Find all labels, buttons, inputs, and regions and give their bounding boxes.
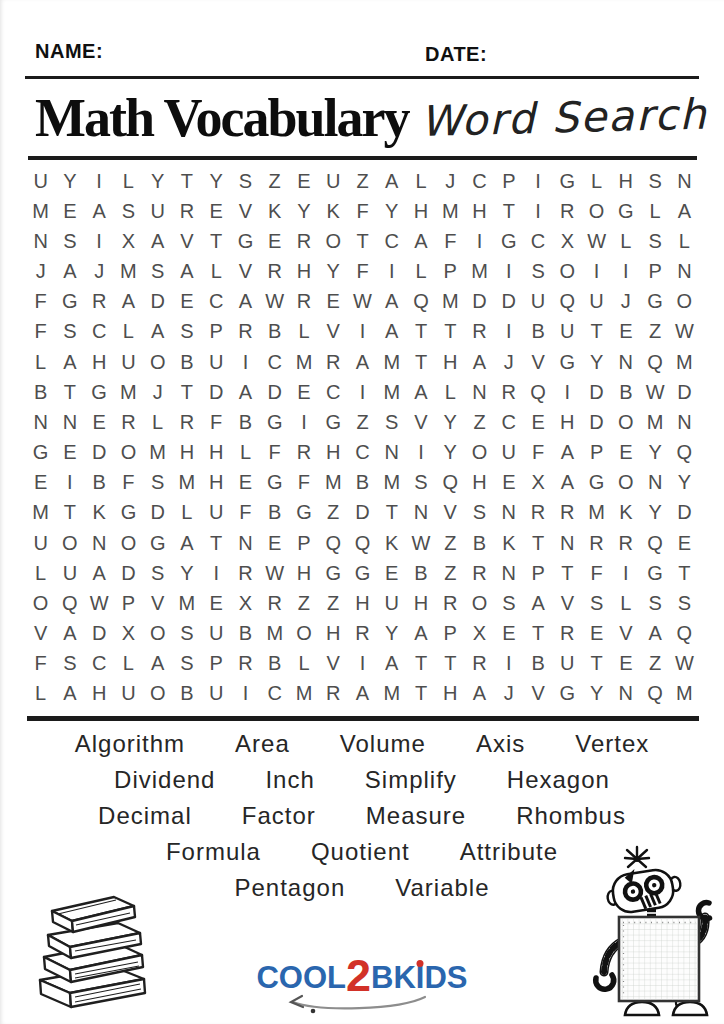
grid-cell[interactable]: B xyxy=(348,468,377,498)
grid-cell[interactable]: R xyxy=(348,618,377,648)
grid-cell[interactable]: T xyxy=(436,649,465,679)
grid-cell[interactable]: N xyxy=(494,498,523,528)
word-list-item[interactable]: Factor xyxy=(242,802,316,830)
grid-cell[interactable]: V xyxy=(26,618,55,648)
word-list-item[interactable]: Inch xyxy=(265,766,314,794)
grid-cell[interactable]: V xyxy=(523,347,552,377)
grid-cell[interactable]: E xyxy=(202,196,231,226)
grid-cell[interactable]: O xyxy=(611,407,640,437)
grid-cell[interactable]: I xyxy=(523,196,552,226)
grid-cell[interactable]: U xyxy=(582,287,611,317)
grid-cell[interactable]: L xyxy=(114,317,143,347)
grid-cell[interactable]: S xyxy=(143,256,172,286)
grid-cell[interactable]: I xyxy=(465,226,494,256)
grid-cell[interactable]: Z xyxy=(260,166,289,196)
grid-cell[interactable]: V xyxy=(319,649,348,679)
grid-cell[interactable]: G xyxy=(26,437,55,467)
grid-cell[interactable]: C xyxy=(319,377,348,407)
grid-cell[interactable]: M xyxy=(465,256,494,286)
grid-cell[interactable]: L xyxy=(289,317,318,347)
grid-cell[interactable]: O xyxy=(143,618,172,648)
grid-cell[interactable]: S xyxy=(172,317,201,347)
grid-cell[interactable]: E xyxy=(55,437,84,467)
grid-cell[interactable]: U xyxy=(55,558,84,588)
grid-cell[interactable]: N xyxy=(670,166,699,196)
grid-cell[interactable]: P xyxy=(202,649,231,679)
grid-cell[interactable]: S xyxy=(143,468,172,498)
grid-cell[interactable]: N xyxy=(670,256,699,286)
grid-cell[interactable]: W xyxy=(260,558,289,588)
grid-cell[interactable]: H xyxy=(436,679,465,709)
grid-cell[interactable]: E xyxy=(26,468,55,498)
grid-cell[interactable]: C xyxy=(523,226,552,256)
grid-cell[interactable]: T xyxy=(172,377,201,407)
grid-cell[interactable]: B xyxy=(172,679,201,709)
grid-cell[interactable]: H xyxy=(202,437,231,467)
grid-cell[interactable]: P xyxy=(523,558,552,588)
grid-cell[interactable]: O xyxy=(143,679,172,709)
grid-cell[interactable]: E xyxy=(172,287,201,317)
grid-cell[interactable]: V xyxy=(436,498,465,528)
grid-cell[interactable]: G xyxy=(640,287,669,317)
grid-cell[interactable]: T xyxy=(406,649,435,679)
grid-cell[interactable]: F xyxy=(523,437,552,467)
grid-cell[interactable]: B xyxy=(231,407,260,437)
grid-cell[interactable]: L xyxy=(289,649,318,679)
grid-cell[interactable]: I xyxy=(406,437,435,467)
grid-cell[interactable]: S xyxy=(231,166,260,196)
grid-cell[interactable]: S xyxy=(640,226,669,256)
grid-cell[interactable]: C xyxy=(377,226,406,256)
grid-cell[interactable]: U xyxy=(114,679,143,709)
grid-cell[interactable]: N xyxy=(494,558,523,588)
grid-cell[interactable]: W xyxy=(670,317,699,347)
grid-cell[interactable]: F xyxy=(26,317,55,347)
grid-cell[interactable]: O xyxy=(289,618,318,648)
grid-cell[interactable]: I xyxy=(231,679,260,709)
grid-cell[interactable]: W xyxy=(260,287,289,317)
grid-cell[interactable]: A xyxy=(465,347,494,377)
grid-cell[interactable]: A xyxy=(172,528,201,558)
grid-cell[interactable]: M xyxy=(26,498,55,528)
grid-cell[interactable]: E xyxy=(319,287,348,317)
grid-cell[interactable]: G xyxy=(55,287,84,317)
grid-cell[interactable]: O xyxy=(465,437,494,467)
grid-cell[interactable]: Q xyxy=(640,347,669,377)
grid-cell[interactable]: U xyxy=(553,317,582,347)
grid-cell[interactable]: J xyxy=(494,679,523,709)
grid-cell[interactable]: E xyxy=(202,588,231,618)
grid-cell[interactable]: B xyxy=(523,649,552,679)
grid-cell[interactable]: G xyxy=(231,226,260,256)
grid-cell[interactable]: U xyxy=(202,498,231,528)
grid-cell[interactable]: E xyxy=(611,437,640,467)
grid-cell[interactable]: A xyxy=(55,618,84,648)
grid-cell[interactable]: L xyxy=(640,196,669,226)
grid-cell[interactable]: S xyxy=(377,407,406,437)
grid-cell[interactable]: D xyxy=(670,377,699,407)
grid-cell[interactable]: S xyxy=(55,317,84,347)
grid-cell[interactable]: B xyxy=(172,347,201,377)
grid-cell[interactable]: C xyxy=(348,437,377,467)
grid-cell[interactable]: T xyxy=(202,226,231,256)
grid-cell[interactable]: M xyxy=(377,347,406,377)
grid-cell[interactable]: R xyxy=(465,558,494,588)
grid-cell[interactable]: E xyxy=(494,618,523,648)
grid-cell[interactable]: Z xyxy=(640,317,669,347)
grid-cell[interactable]: F xyxy=(114,468,143,498)
grid-cell[interactable]: A xyxy=(172,256,201,286)
grid-cell[interactable]: R xyxy=(85,287,114,317)
grid-cell[interactable]: J xyxy=(611,287,640,317)
grid-cell[interactable]: P xyxy=(436,256,465,286)
grid-cell[interactable]: X xyxy=(523,468,552,498)
word-list-item[interactable]: Axis xyxy=(476,730,525,758)
name-date-line[interactable] xyxy=(25,76,699,79)
grid-cell[interactable]: E xyxy=(377,558,406,588)
grid-cell[interactable]: I xyxy=(85,226,114,256)
grid-cell[interactable]: S xyxy=(406,468,435,498)
grid-cell[interactable]: M xyxy=(260,618,289,648)
grid-cell[interactable]: Y xyxy=(436,437,465,467)
grid-cell[interactable]: M xyxy=(377,679,406,709)
grid-cell[interactable]: R xyxy=(582,528,611,558)
grid-cell[interactable]: L xyxy=(231,437,260,467)
grid-cell[interactable]: M xyxy=(172,588,201,618)
grid-cell[interactable]: M xyxy=(670,679,699,709)
grid-cell[interactable]: P xyxy=(436,618,465,648)
grid-cell[interactable]: V xyxy=(553,588,582,618)
grid-cell[interactable]: L xyxy=(406,166,435,196)
grid-cell[interactable]: D xyxy=(143,498,172,528)
grid-cell[interactable]: T xyxy=(582,649,611,679)
grid-cell[interactable]: V xyxy=(231,256,260,286)
grid-cell[interactable]: M xyxy=(172,468,201,498)
grid-cell[interactable]: O xyxy=(611,468,640,498)
grid-cell[interactable]: C xyxy=(85,649,114,679)
grid-cell[interactable]: E xyxy=(289,166,318,196)
grid-cell[interactable]: B xyxy=(231,618,260,648)
grid-cell[interactable]: U xyxy=(553,649,582,679)
grid-cell[interactable]: N xyxy=(377,437,406,467)
grid-cell[interactable]: Z xyxy=(436,558,465,588)
grid-cell[interactable]: Q xyxy=(670,618,699,648)
grid-cell[interactable]: G xyxy=(143,528,172,558)
word-list-item[interactable]: Variable xyxy=(395,874,489,902)
grid-cell[interactable]: H xyxy=(172,437,201,467)
grid-cell[interactable]: P xyxy=(114,588,143,618)
grid-cell[interactable]: N xyxy=(406,498,435,528)
grid-cell[interactable]: H xyxy=(319,618,348,648)
grid-cell[interactable]: F xyxy=(202,407,231,437)
grid-cell[interactable]: T xyxy=(202,528,231,558)
grid-cell[interactable]: E xyxy=(582,618,611,648)
grid-cell[interactable]: X xyxy=(114,226,143,256)
grid-cell[interactable]: X xyxy=(553,226,582,256)
grid-cell[interactable]: D xyxy=(85,437,114,467)
grid-cell[interactable]: G xyxy=(611,196,640,226)
grid-cell[interactable]: F xyxy=(289,468,318,498)
word-list-item[interactable]: Hexagon xyxy=(507,766,610,794)
grid-cell[interactable]: T xyxy=(436,317,465,347)
grid-cell[interactable]: E xyxy=(85,407,114,437)
grid-cell[interactable]: R xyxy=(231,558,260,588)
grid-cell[interactable]: L xyxy=(114,166,143,196)
grid-cell[interactable]: T xyxy=(406,317,435,347)
grid-cell[interactable]: H xyxy=(289,558,318,588)
grid-cell[interactable]: A xyxy=(406,226,435,256)
grid-cell[interactable]: H xyxy=(348,588,377,618)
grid-cell[interactable]: O xyxy=(114,528,143,558)
grid-cell[interactable]: L xyxy=(26,679,55,709)
grid-cell[interactable]: Z xyxy=(319,588,348,618)
grid-cell[interactable]: D xyxy=(670,498,699,528)
grid-cell[interactable]: R xyxy=(465,649,494,679)
grid-cell[interactable]: H xyxy=(553,407,582,437)
grid-cell[interactable]: H xyxy=(85,347,114,377)
grid-cell[interactable]: R xyxy=(231,649,260,679)
grid-cell[interactable]: C xyxy=(494,407,523,437)
grid-cell[interactable]: Z xyxy=(348,166,377,196)
grid-cell[interactable]: Y xyxy=(640,437,669,467)
grid-cell[interactable]: I xyxy=(348,649,377,679)
grid-cell[interactable]: L xyxy=(436,377,465,407)
grid-cell[interactable]: R xyxy=(289,287,318,317)
grid-cell[interactable]: H xyxy=(202,468,231,498)
grid-cell[interactable]: Z xyxy=(640,649,669,679)
grid-cell[interactable]: I xyxy=(494,317,523,347)
grid-cell[interactable]: H xyxy=(85,679,114,709)
grid-cell[interactable]: U xyxy=(202,618,231,648)
grid-cell[interactable]: Y xyxy=(202,166,231,196)
grid-cell[interactable]: V xyxy=(611,618,640,648)
grid-cell[interactable]: A xyxy=(377,166,406,196)
grid-cell[interactable]: Y xyxy=(640,498,669,528)
word-list-item[interactable]: Volume xyxy=(340,730,426,758)
grid-cell[interactable]: G xyxy=(260,468,289,498)
grid-cell[interactable]: T xyxy=(55,498,84,528)
grid-cell[interactable]: H xyxy=(406,196,435,226)
grid-cell[interactable]: E xyxy=(670,528,699,558)
grid-cell[interactable]: R xyxy=(231,317,260,347)
grid-cell[interactable]: R xyxy=(436,588,465,618)
grid-cell[interactable]: W xyxy=(85,588,114,618)
grid-cell[interactable]: G xyxy=(582,468,611,498)
grid-cell[interactable]: K xyxy=(611,498,640,528)
grid-cell[interactable]: R xyxy=(289,437,318,467)
grid-cell[interactable]: D xyxy=(202,377,231,407)
grid-cell[interactable]: I xyxy=(348,317,377,347)
grid-cell[interactable]: B xyxy=(523,317,552,347)
grid-cell[interactable]: H xyxy=(289,256,318,286)
grid-cell[interactable]: T xyxy=(348,226,377,256)
grid-cell[interactable]: P xyxy=(640,256,669,286)
grid-cell[interactable]: A xyxy=(377,317,406,347)
word-list-item[interactable]: Dividend xyxy=(114,766,215,794)
grid-cell[interactable]: Y xyxy=(172,558,201,588)
grid-cell[interactable]: W xyxy=(670,649,699,679)
grid-cell[interactable]: T xyxy=(406,679,435,709)
grid-cell[interactable]: H xyxy=(611,166,640,196)
grid-cell[interactable]: T xyxy=(670,558,699,588)
grid-cell[interactable]: N xyxy=(465,377,494,407)
grid-cell[interactable]: F xyxy=(348,196,377,226)
grid-cell[interactable]: Z xyxy=(436,528,465,558)
grid-cell[interactable]: J xyxy=(26,256,55,286)
grid-cell[interactable]: A xyxy=(406,618,435,648)
grid-cell[interactable]: R xyxy=(611,528,640,558)
grid-cell[interactable]: Q xyxy=(553,287,582,317)
grid-cell[interactable]: S xyxy=(172,618,201,648)
grid-cell[interactable]: G xyxy=(494,226,523,256)
grid-cell[interactable]: R xyxy=(319,347,348,377)
grid-cell[interactable]: A xyxy=(143,317,172,347)
grid-cell[interactable]: L xyxy=(670,226,699,256)
grid-cell[interactable]: V xyxy=(523,679,552,709)
grid-cell[interactable]: F xyxy=(348,256,377,286)
grid-cell[interactable]: E xyxy=(231,468,260,498)
grid-cell[interactable]: V xyxy=(406,407,435,437)
grid-cell[interactable]: D xyxy=(582,377,611,407)
grid-cell[interactable]: Q xyxy=(670,437,699,467)
grid-cell[interactable]: E xyxy=(260,226,289,256)
grid-cell[interactable]: A xyxy=(55,679,84,709)
grid-cell[interactable]: M xyxy=(114,377,143,407)
grid-cell[interactable]: A xyxy=(348,679,377,709)
grid-cell[interactable]: J xyxy=(436,166,465,196)
word-list-item[interactable]: Pentagon xyxy=(234,874,345,902)
grid-cell[interactable]: T xyxy=(406,347,435,377)
grid-cell[interactable]: O xyxy=(55,528,84,558)
grid-cell[interactable]: O xyxy=(670,287,699,317)
grid-cell[interactable]: R xyxy=(553,618,582,648)
grid-cell[interactable]: S xyxy=(640,166,669,196)
grid-cell[interactable]: M xyxy=(377,377,406,407)
grid-cell[interactable]: G xyxy=(553,166,582,196)
grid-cell[interactable]: D xyxy=(85,618,114,648)
grid-cell[interactable]: Q xyxy=(319,528,348,558)
grid-cell[interactable]: L xyxy=(582,166,611,196)
grid-cell[interactable]: R xyxy=(114,407,143,437)
grid-cell[interactable]: Q xyxy=(640,528,669,558)
grid-cell[interactable]: K xyxy=(260,196,289,226)
grid-cell[interactable]: A xyxy=(465,679,494,709)
grid-cell[interactable]: E xyxy=(289,377,318,407)
grid-cell[interactable]: F xyxy=(26,287,55,317)
grid-cell[interactable]: Q xyxy=(640,679,669,709)
grid-cell[interactable]: F xyxy=(260,437,289,467)
grid-cell[interactable]: B xyxy=(26,377,55,407)
grid-cell[interactable]: I xyxy=(553,377,582,407)
grid-cell[interactable]: A xyxy=(553,437,582,467)
grid-cell[interactable]: I xyxy=(523,166,552,196)
grid-cell[interactable]: G xyxy=(289,498,318,528)
grid-cell[interactable]: N xyxy=(640,468,669,498)
grid-cell[interactable]: Y xyxy=(55,166,84,196)
grid-cell[interactable]: R xyxy=(289,226,318,256)
grid-cell[interactable]: A xyxy=(55,256,84,286)
grid-cell[interactable]: K xyxy=(319,196,348,226)
grid-cell[interactable]: A xyxy=(377,287,406,317)
grid-cell[interactable]: I xyxy=(494,649,523,679)
grid-cell[interactable]: A xyxy=(523,588,552,618)
grid-cell[interactable]: J xyxy=(494,347,523,377)
grid-cell[interactable]: Y xyxy=(670,468,699,498)
grid-cell[interactable]: K xyxy=(85,498,114,528)
grid-cell[interactable]: Y xyxy=(143,166,172,196)
grid-cell[interactable]: U xyxy=(114,347,143,377)
grid-cell[interactable]: C xyxy=(465,166,494,196)
grid-cell[interactable]: N xyxy=(670,407,699,437)
grid-cell[interactable]: L xyxy=(114,649,143,679)
grid-cell[interactable]: F xyxy=(26,649,55,679)
grid-cell[interactable]: R xyxy=(494,377,523,407)
grid-cell[interactable]: F xyxy=(436,226,465,256)
grid-cell[interactable]: I xyxy=(231,347,260,377)
word-list-item[interactable]: Algorithm xyxy=(75,730,185,758)
grid-cell[interactable]: N xyxy=(553,528,582,558)
grid-cell[interactable]: Z xyxy=(348,407,377,437)
grid-cell[interactable]: P xyxy=(582,437,611,467)
grid-cell[interactable]: N xyxy=(55,407,84,437)
grid-cell[interactable]: B xyxy=(465,528,494,558)
grid-cell[interactable]: E xyxy=(611,649,640,679)
grid-cell[interactable]: I xyxy=(582,256,611,286)
grid-cell[interactable]: R xyxy=(553,498,582,528)
grid-cell[interactable]: A xyxy=(143,226,172,256)
word-list-item[interactable]: Quotient xyxy=(311,838,410,866)
grid-cell[interactable]: Y xyxy=(436,407,465,437)
grid-cell[interactable]: L xyxy=(611,588,640,618)
grid-cell[interactable]: Z xyxy=(319,498,348,528)
grid-cell[interactable]: U xyxy=(26,528,55,558)
grid-cell[interactable]: O xyxy=(114,437,143,467)
grid-cell[interactable]: B xyxy=(260,498,289,528)
grid-cell[interactable]: N xyxy=(85,528,114,558)
grid-cell[interactable]: R xyxy=(260,588,289,618)
grid-cell[interactable]: H xyxy=(465,468,494,498)
grid-cell[interactable]: M xyxy=(582,498,611,528)
grid-cell[interactable]: B xyxy=(611,377,640,407)
grid-cell[interactable]: V xyxy=(231,196,260,226)
grid-cell[interactable]: L xyxy=(172,498,201,528)
grid-cell[interactable]: Z xyxy=(289,588,318,618)
grid-cell[interactable]: G xyxy=(553,679,582,709)
grid-cell[interactable]: A xyxy=(406,377,435,407)
grid-cell[interactable]: S xyxy=(143,558,172,588)
grid-cell[interactable]: F xyxy=(582,558,611,588)
grid-cell[interactable]: I xyxy=(611,256,640,286)
grid-cell[interactable]: N xyxy=(611,347,640,377)
grid-cell[interactable]: I xyxy=(348,377,377,407)
grid-cell[interactable]: R xyxy=(172,196,201,226)
grid-cell[interactable]: A xyxy=(114,287,143,317)
grid-cell[interactable]: U xyxy=(494,437,523,467)
grid-cell[interactable]: P xyxy=(289,528,318,558)
grid-cell[interactable]: T xyxy=(55,377,84,407)
grid-cell[interactable]: D xyxy=(114,558,143,588)
grid-cell[interactable]: U xyxy=(377,588,406,618)
grid-cell[interactable]: C xyxy=(202,287,231,317)
grid-cell[interactable]: Y xyxy=(289,196,318,226)
grid-cell[interactable]: E xyxy=(611,317,640,347)
grid-cell[interactable]: W xyxy=(406,528,435,558)
grid-cell[interactable]: T xyxy=(172,166,201,196)
grid-cell[interactable]: I xyxy=(289,407,318,437)
grid-cell[interactable]: T xyxy=(553,558,582,588)
grid-cell[interactable]: Y xyxy=(582,347,611,377)
grid-cell[interactable]: U xyxy=(26,166,55,196)
